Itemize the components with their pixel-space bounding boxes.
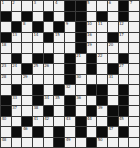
block-cell [44, 106, 54, 116]
letter-cell[interactable] [44, 138, 54, 148]
letter-cell[interactable] [22, 96, 32, 106]
letter-cell[interactable]: 46 [22, 127, 32, 137]
block-cell [76, 117, 86, 127]
clue-number: 23 [2, 64, 7, 68]
letter-cell[interactable]: 12 [119, 22, 129, 32]
clue-number: 41 [34, 117, 39, 121]
clue-number: 34 [44, 96, 49, 100]
block-cell [65, 106, 75, 116]
block-cell [119, 96, 129, 106]
clue-number: 9 [66, 22, 68, 26]
block-cell [97, 12, 107, 22]
letter-cell[interactable]: 41 [33, 117, 43, 127]
clue-number: 21 [76, 54, 81, 58]
clue-number: 42 [44, 117, 49, 121]
letter-cell[interactable] [44, 43, 54, 53]
block-cell [44, 12, 54, 22]
letter-cell[interactable]: 31 [108, 75, 118, 85]
letter-cell[interactable]: 23 [1, 64, 11, 74]
block-cell [87, 64, 97, 74]
letter-cell[interactable] [33, 138, 43, 148]
block-cell [76, 33, 86, 43]
clue-number: 35 [55, 96, 60, 100]
letter-cell[interactable] [76, 85, 86, 95]
letter-cell[interactable] [87, 96, 97, 106]
letter-cell[interactable] [44, 22, 54, 32]
clue-number: 29 [23, 75, 28, 79]
block-cell [12, 22, 22, 32]
letter-cell[interactable]: 43 [65, 117, 75, 127]
letter-cell[interactable] [119, 75, 129, 85]
letter-cell[interactable] [119, 43, 129, 53]
letter-cell[interactable]: 49 [65, 138, 75, 148]
letter-cell[interactable] [1, 22, 11, 32]
letter-cell[interactable] [54, 43, 64, 53]
letter-cell[interactable] [22, 33, 32, 43]
letter-cell[interactable] [22, 85, 32, 95]
block-cell [108, 117, 118, 127]
letter-cell[interactable]: 14 [33, 33, 43, 43]
letter-cell[interactable]: 40 [1, 117, 11, 127]
block-cell [65, 12, 75, 22]
letter-cell[interactable]: 9 [65, 22, 75, 32]
letter-cell[interactable]: 38 [33, 106, 43, 116]
clue-number: 26 [44, 64, 49, 68]
block-cell [33, 96, 43, 106]
letter-cell[interactable]: 39 [97, 106, 107, 116]
block-cell [33, 127, 43, 137]
clue-number: 36 [76, 96, 81, 100]
letter-cell[interactable] [97, 33, 107, 43]
letter-cell[interactable]: 50 [97, 138, 107, 148]
block-cell [87, 54, 97, 64]
clue-number: 13 [12, 33, 17, 37]
block-cell [12, 85, 22, 95]
block-cell [33, 22, 43, 32]
letter-cell[interactable] [65, 127, 75, 137]
letter-cell[interactable]: 20 [108, 43, 118, 53]
block-cell [22, 64, 32, 74]
clue-number: 44 [87, 117, 92, 121]
letter-cell[interactable] [44, 1, 54, 11]
letter-cell[interactable] [129, 138, 139, 148]
letter-cell[interactable]: 28 [1, 75, 11, 85]
clue-number: 16 [87, 33, 92, 37]
block-cell [119, 54, 129, 64]
letter-cell[interactable] [54, 117, 64, 127]
letter-cell[interactable] [129, 22, 139, 32]
block-cell [119, 1, 129, 11]
block-cell [119, 85, 129, 95]
crossword-puzzle: 1234567891011121314151617181920212223242… [0, 0, 140, 148]
clue-number: 20 [108, 43, 113, 47]
clue-number: 2 [12, 1, 14, 5]
letter-cell[interactable]: 7 [129, 1, 139, 11]
letter-cell[interactable]: 42 [44, 117, 54, 127]
letter-cell[interactable] [33, 75, 43, 85]
letter-cell[interactable] [97, 43, 107, 53]
letter-cell[interactable] [97, 75, 107, 85]
clue-number: 50 [98, 138, 103, 142]
letter-cell[interactable] [129, 75, 139, 85]
letter-cell[interactable]: 13 [12, 33, 22, 43]
letter-cell[interactable]: 35 [54, 96, 64, 106]
clue-number: 33 [12, 96, 17, 100]
block-cell [1, 33, 11, 43]
block-cell [97, 127, 107, 137]
letter-cell[interactable] [44, 75, 54, 85]
block-cell [54, 127, 64, 137]
letter-cell[interactable] [22, 106, 32, 116]
clue-number: 38 [34, 106, 39, 110]
letter-cell[interactable] [54, 75, 64, 85]
letter-cell[interactable]: 18 [1, 43, 11, 53]
clue-number: 14 [34, 33, 39, 37]
block-cell [119, 106, 129, 116]
block-cell [119, 12, 129, 22]
letter-cell[interactable] [129, 12, 139, 22]
clue-number: 31 [108, 75, 113, 79]
block-cell [1, 96, 11, 106]
clue-number: 27 [119, 64, 124, 68]
block-cell [87, 85, 97, 95]
letter-cell[interactable] [97, 1, 107, 11]
clue-number: 49 [66, 138, 71, 142]
clue-number: 22 [98, 54, 103, 58]
block-cell [97, 85, 107, 95]
letter-cell[interactable]: 17 [119, 33, 129, 43]
letter-cell[interactable]: 6 [108, 1, 118, 11]
letter-cell[interactable] [54, 54, 64, 64]
letter-cell[interactable]: 30 [76, 75, 86, 85]
clue-number: 46 [23, 127, 28, 131]
letter-cell[interactable]: 4 [54, 1, 64, 11]
block-cell [12, 127, 22, 137]
letter-cell[interactable] [108, 22, 118, 32]
clue-number: 47 [108, 127, 113, 131]
block-cell [97, 96, 107, 106]
block-cell [76, 22, 86, 32]
crossword-board: 1234567891011121314151617181920212223242… [0, 0, 140, 148]
letter-cell[interactable] [108, 96, 118, 106]
block-cell [33, 85, 43, 95]
clue-number: 48 [2, 138, 7, 142]
letter-cell[interactable]: 19 [87, 43, 97, 53]
clue-number: 3 [34, 1, 36, 5]
block-cell [33, 54, 43, 64]
letter-cell[interactable]: 45 [119, 117, 129, 127]
letter-cell[interactable] [44, 127, 54, 137]
block-cell [65, 96, 75, 106]
letter-cell[interactable]: 47 [108, 127, 118, 137]
letter-cell[interactable] [12, 138, 22, 148]
clue-number: 17 [119, 33, 124, 37]
block-cell [76, 127, 86, 137]
clue-number: 43 [66, 117, 71, 121]
clue-number: 11 [98, 22, 103, 26]
clue-number: 4 [55, 1, 57, 5]
clue-number: 24 [12, 64, 17, 68]
clue-number: 39 [98, 106, 103, 110]
block-cell [87, 106, 97, 116]
block-cell [44, 33, 54, 43]
letter-cell[interactable] [22, 138, 32, 148]
letter-cell[interactable]: 11 [97, 22, 107, 32]
letter-cell[interactable]: 26 [44, 64, 54, 74]
letter-cell[interactable] [76, 106, 86, 116]
letter-cell[interactable] [33, 43, 43, 53]
block-cell [87, 138, 97, 148]
block-cell [22, 12, 32, 22]
letter-cell[interactable] [22, 43, 32, 53]
block-cell [108, 33, 118, 43]
letter-cell[interactable]: 3 [33, 1, 43, 11]
clue-number: 30 [76, 75, 81, 79]
letter-cell[interactable] [87, 12, 97, 22]
clue-number: 37 [12, 106, 17, 110]
block-cell [44, 54, 54, 64]
block-cell [54, 138, 64, 148]
clue-number: 18 [2, 43, 7, 47]
letter-cell[interactable]: 25 [33, 64, 43, 74]
letter-cell[interactable] [12, 75, 22, 85]
block-cell [1, 12, 11, 22]
letter-cell[interactable]: 33 [12, 96, 22, 106]
clue-number: 32 [66, 85, 71, 89]
letter-cell[interactable]: 15 [54, 33, 64, 43]
letter-cell[interactable] [129, 85, 139, 95]
letter-cell[interactable]: 27 [119, 64, 129, 74]
letter-cell[interactable]: 22 [97, 54, 107, 64]
letter-cell[interactable]: 29 [22, 75, 32, 85]
letter-cell[interactable] [54, 106, 64, 116]
letter-cell[interactable]: 21 [76, 54, 86, 64]
letter-cell[interactable] [108, 138, 118, 148]
letter-cell[interactable] [129, 96, 139, 106]
clue-number: 19 [87, 43, 92, 47]
block-cell [76, 43, 86, 53]
letter-cell[interactable]: 10 [87, 22, 97, 32]
letter-cell[interactable] [22, 54, 32, 64]
block-cell [119, 127, 129, 137]
letter-cell[interactable] [108, 85, 118, 95]
letter-cell[interactable] [76, 138, 86, 148]
letter-cell[interactable] [1, 54, 11, 64]
letter-cell[interactable] [108, 12, 118, 22]
clue-number: 28 [2, 75, 7, 79]
block-cell [22, 117, 32, 127]
block-cell [54, 22, 64, 32]
clue-number: 6 [108, 1, 110, 5]
letter-cell[interactable] [129, 54, 139, 64]
clue-number: 10 [87, 22, 92, 26]
block-cell [108, 64, 118, 74]
letter-cell[interactable] [65, 43, 75, 53]
letter-cell[interactable] [97, 117, 107, 127]
block-cell [12, 54, 22, 64]
letter-cell[interactable]: 24 [12, 64, 22, 74]
block-cell [65, 75, 75, 85]
letter-cell[interactable]: 5 [87, 1, 97, 11]
letter-cell[interactable]: 16 [87, 33, 97, 43]
letter-cell[interactable] [44, 85, 54, 95]
letter-cell[interactable] [54, 64, 64, 74]
clue-number: 45 [119, 117, 124, 121]
clue-number: 40 [2, 117, 7, 121]
letter-cell[interactable]: 2 [12, 1, 22, 11]
letter-cell[interactable] [119, 138, 129, 148]
letter-cell[interactable] [1, 85, 11, 95]
letter-cell[interactable] [12, 43, 22, 53]
letter-cell[interactable] [129, 117, 139, 127]
letter-cell[interactable] [22, 1, 32, 11]
block-cell [1, 106, 11, 116]
letter-cell[interactable] [87, 75, 97, 85]
block-cell [76, 1, 86, 11]
letter-cell[interactable] [129, 43, 139, 53]
block-cell [76, 12, 86, 22]
letter-cell[interactable]: 36 [76, 96, 86, 106]
clue-number: 5 [87, 1, 89, 5]
letter-cell[interactable]: 48 [1, 138, 11, 148]
letter-cell[interactable] [12, 12, 22, 22]
letter-cell[interactable] [129, 33, 139, 43]
letter-cell[interactable] [129, 127, 139, 137]
letter-cell[interactable] [129, 64, 139, 74]
letter-cell[interactable]: 44 [87, 117, 97, 127]
letter-cell[interactable]: 1 [1, 1, 11, 11]
letter-cell[interactable] [76, 64, 86, 74]
block-cell [108, 106, 118, 116]
letter-cell[interactable]: 37 [12, 106, 22, 116]
letter-cell[interactable] [97, 64, 107, 74]
clue-number: 25 [34, 64, 39, 68]
clue-number: 8 [23, 22, 25, 26]
clue-number: 7 [130, 1, 132, 5]
clue-number: 12 [119, 22, 124, 26]
clue-number: 15 [55, 33, 60, 37]
letter-cell[interactable] [129, 106, 139, 116]
letter-cell[interactable] [65, 33, 75, 43]
block-cell [65, 54, 75, 64]
letter-cell[interactable] [33, 12, 43, 22]
letter-cell[interactable] [87, 127, 97, 137]
letter-cell[interactable]: 34 [44, 96, 54, 106]
letter-cell[interactable] [54, 12, 64, 22]
letter-cell[interactable]: 32 [65, 85, 75, 95]
clue-number: 1 [2, 1, 4, 5]
letter-cell[interactable]: 8 [22, 22, 32, 32]
block-cell [65, 64, 75, 74]
letter-cell[interactable] [12, 117, 22, 127]
letter-cell[interactable] [108, 54, 118, 64]
block-cell [54, 85, 64, 95]
letter-cell[interactable] [1, 127, 11, 137]
block-cell [65, 1, 75, 11]
